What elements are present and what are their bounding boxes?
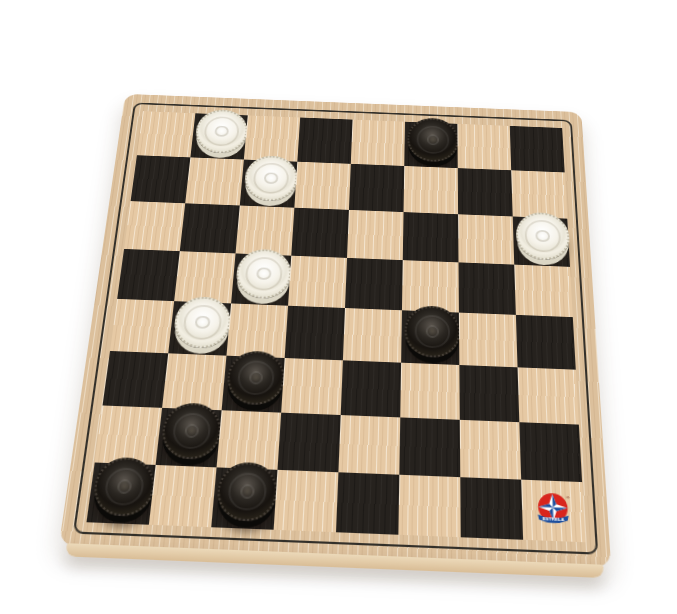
square-r4c4: [343, 308, 402, 363]
square-r2c5[interactable]: [403, 212, 459, 262]
square-r0c5[interactable]: [404, 122, 457, 168]
square-r3c2[interactable]: [231, 253, 291, 305]
square-r5c6[interactable]: [459, 365, 519, 422]
square-r1c7: [511, 170, 567, 218]
board-grid: [86, 111, 585, 542]
square-r7c4[interactable]: [336, 472, 399, 534]
square-r6c7[interactable]: [519, 422, 582, 482]
square-r3c1: [174, 251, 235, 303]
checker-black[interactable]: [91, 457, 158, 517]
board-edge: [65, 543, 604, 578]
square-r6c1[interactable]: [156, 408, 222, 468]
photo-background: { "game": "checkers", "scene": "overhead…: [0, 0, 677, 614]
checker-black[interactable]: [160, 402, 224, 459]
square-r0c6: [457, 124, 511, 170]
square-r3c6[interactable]: [458, 262, 515, 314]
square-r5c7: [518, 367, 579, 424]
square-r4c3[interactable]: [285, 306, 345, 361]
square-r5c1: [162, 353, 226, 410]
square-r4c0: [110, 299, 174, 353]
square-r4c6: [459, 313, 518, 368]
checker-white[interactable]: [172, 296, 233, 349]
square-r2c6: [458, 214, 514, 264]
checker-white[interactable]: [235, 249, 293, 299]
square-r0c1[interactable]: [190, 113, 247, 159]
square-r2c0: [124, 201, 185, 251]
checker-white[interactable]: [194, 109, 249, 154]
checkers-board: ESTRELA ®: [59, 94, 611, 567]
square-r5c2[interactable]: [222, 356, 285, 413]
estrela-logo: ESTRELA ®: [534, 489, 572, 530]
square-r6c0: [95, 405, 162, 464]
square-r0c7[interactable]: [510, 126, 565, 172]
square-r2c4: [347, 210, 404, 260]
square-r1c5: [404, 166, 459, 214]
square-r7c5: [398, 475, 460, 538]
square-r1c2[interactable]: [240, 160, 298, 208]
board-scene: ESTRELA ®: [95, 58, 595, 558]
square-r5c4[interactable]: [341, 360, 401, 417]
square-r1c3: [294, 162, 350, 210]
square-r5c5: [400, 363, 460, 420]
square-r3c4[interactable]: [345, 258, 403, 310]
checker-white[interactable]: [243, 155, 299, 202]
checker-black[interactable]: [404, 305, 460, 358]
square-r0c4: [351, 120, 405, 166]
square-r1c0[interactable]: [131, 155, 191, 203]
checker-black[interactable]: [407, 118, 459, 163]
square-r2c3[interactable]: [291, 208, 349, 258]
square-r6c6: [460, 420, 521, 480]
registered-trademark: ®: [566, 494, 570, 500]
square-r6c4: [338, 415, 400, 475]
square-r0c0: [137, 111, 195, 157]
square-r4c5[interactable]: [401, 310, 459, 365]
square-r3c0[interactable]: [117, 249, 180, 301]
square-r2c1[interactable]: [180, 203, 240, 253]
square-r0c3[interactable]: [297, 118, 352, 164]
square-r1c6[interactable]: [458, 168, 513, 216]
square-r7c3: [274, 470, 339, 532]
square-r2c2: [236, 205, 295, 255]
checker-white[interactable]: [515, 212, 570, 261]
logo-brand-text: ESTRELA: [542, 516, 564, 522]
checker-black[interactable]: [215, 462, 279, 522]
square-r4c2: [226, 303, 288, 358]
square-r3c3: [288, 256, 347, 308]
square-r7c6[interactable]: [460, 477, 523, 540]
square-r6c3[interactable]: [277, 413, 340, 473]
square-r7c1: [149, 465, 217, 527]
square-r7c2[interactable]: [211, 467, 277, 529]
estrela-logo-graphic: ESTRELA ®: [534, 489, 572, 530]
square-r5c3: [281, 358, 343, 415]
square-r6c5[interactable]: [399, 417, 460, 477]
square-r0c2: [244, 115, 300, 161]
square-r1c1: [185, 157, 244, 205]
square-r3c7: [514, 265, 573, 318]
square-r4c7[interactable]: [516, 315, 576, 370]
square-r1c4[interactable]: [349, 164, 404, 212]
square-r3c5: [402, 260, 459, 312]
square-r4c1[interactable]: [168, 301, 231, 356]
checker-black[interactable]: [225, 350, 286, 405]
square-r7c0[interactable]: [86, 462, 155, 524]
square-r6c2: [217, 410, 282, 470]
square-r5c0[interactable]: [103, 351, 169, 408]
square-r2c7[interactable]: [513, 216, 570, 266]
